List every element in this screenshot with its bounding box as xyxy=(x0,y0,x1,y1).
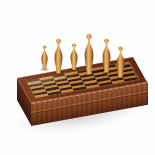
skittle-pin xyxy=(102,38,111,73)
skittle-pin xyxy=(84,33,94,75)
skittle-pin xyxy=(41,45,48,70)
skittle-pin xyxy=(70,43,78,70)
skittle-pin xyxy=(116,46,125,78)
skittles-game-box-photo xyxy=(0,0,155,155)
skittle-pin xyxy=(54,38,63,74)
